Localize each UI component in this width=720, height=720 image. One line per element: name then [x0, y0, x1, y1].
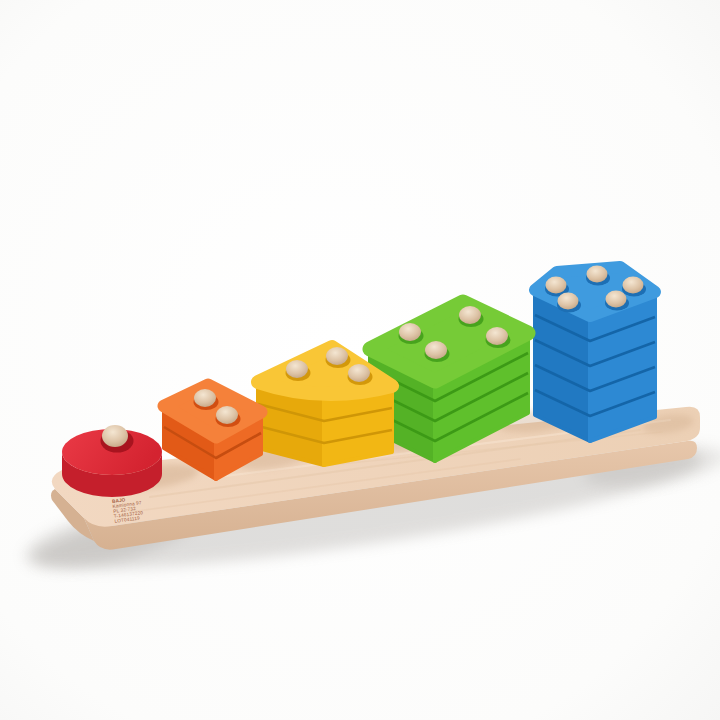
- wooden-peg: [216, 406, 238, 424]
- stack-red-circle: [62, 425, 162, 497]
- wooden-peg: [558, 293, 579, 310]
- wooden-peg: [102, 425, 128, 447]
- wooden-peg: [606, 291, 627, 308]
- wooden-peg: [459, 306, 481, 324]
- wooden-peg: [348, 364, 370, 382]
- wooden-peg: [326, 347, 348, 365]
- toy-scene: BAJO Kamionna 97 PL 32-732 T-146137220 L…: [0, 0, 720, 720]
- wooden-peg: [623, 277, 644, 294]
- wooden-peg: [425, 341, 447, 359]
- wooden-peg: [399, 323, 421, 341]
- wooden-peg: [546, 277, 567, 294]
- wooden-peg: [486, 327, 508, 345]
- wooden-peg: [587, 266, 608, 283]
- wooden-peg: [194, 389, 216, 407]
- wooden-peg: [286, 360, 308, 378]
- stack-blue-pentagon: [535, 266, 655, 442]
- product-photo: BAJO Kamionna 97 PL 32-732 T-146137220 L…: [0, 0, 720, 720]
